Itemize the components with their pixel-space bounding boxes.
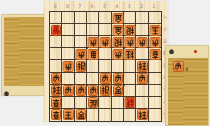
shogi-piece-8-9[interactable] <box>63 109 74 120</box>
shogi-piece-7-5[interactable] <box>76 61 87 72</box>
shogi-piece-9-9[interactable] <box>51 109 62 120</box>
board-square[interactable] <box>99 48 111 60</box>
shogi-piece-5-7[interactable] <box>100 85 111 96</box>
file-label: 6 <box>86 2 98 11</box>
komadai-gote[interactable] <box>1 14 46 96</box>
board-square[interactable] <box>62 36 74 48</box>
shogi-piece-3-8[interactable] <box>125 97 136 108</box>
board-square[interactable] <box>62 73 74 85</box>
board-square[interactable] <box>99 109 111 121</box>
gote-player-icon <box>4 91 9 96</box>
board-square[interactable] <box>99 24 111 36</box>
shogi-piece-1-3[interactable] <box>150 37 161 48</box>
board-square[interactable] <box>149 60 161 72</box>
board-square[interactable] <box>136 24 148 36</box>
board-square[interactable] <box>50 36 62 48</box>
komadai-gote-panel[interactable] <box>4 17 45 86</box>
board-square[interactable] <box>149 12 161 24</box>
board-square[interactable] <box>136 48 148 60</box>
shogi-piece-6-4[interactable] <box>88 49 99 60</box>
shogi-piece-7-7[interactable] <box>76 85 87 96</box>
board-square[interactable] <box>124 109 136 121</box>
shogi-piece-4-1[interactable] <box>113 13 124 24</box>
board-square[interactable] <box>87 60 99 72</box>
board-square[interactable] <box>62 48 74 60</box>
shogi-piece-9-2[interactable] <box>51 25 62 36</box>
board-square[interactable] <box>75 73 87 85</box>
board-square[interactable] <box>136 85 148 97</box>
board-square[interactable] <box>112 97 124 109</box>
rank-label <box>162 23 168 35</box>
shogi-piece-9-6[interactable] <box>51 73 62 84</box>
board-square[interactable] <box>99 97 111 109</box>
board-square[interactable] <box>149 97 161 109</box>
star-point <box>123 84 125 86</box>
board-grid[interactable] <box>49 11 162 122</box>
board-square[interactable] <box>149 109 161 121</box>
board-square[interactable] <box>75 97 87 109</box>
board-square[interactable] <box>62 12 74 24</box>
file-label: 9 <box>49 2 61 11</box>
board-square[interactable] <box>50 12 62 24</box>
shogi-piece-3-4[interactable] <box>125 49 136 60</box>
shogi-piece-3-3[interactable] <box>125 37 136 48</box>
board-square[interactable] <box>124 60 136 72</box>
board-square[interactable] <box>62 97 74 109</box>
board-square[interactable] <box>136 97 148 109</box>
board-square[interactable] <box>50 60 62 72</box>
board-square[interactable] <box>75 24 87 36</box>
board-square[interactable] <box>50 48 62 60</box>
shogi-piece-2-6[interactable] <box>137 73 148 84</box>
file-label: 4 <box>111 2 123 11</box>
shogi-piece-6-8[interactable] <box>88 97 99 108</box>
shogi-piece-2-5[interactable] <box>137 61 148 72</box>
board-square[interactable] <box>124 12 136 24</box>
shogi-piece-4-6[interactable] <box>113 73 124 84</box>
board-square[interactable] <box>75 12 87 24</box>
shogi-piece-4-7[interactable] <box>113 85 124 96</box>
board-square[interactable] <box>87 109 99 121</box>
board-square[interactable] <box>124 85 136 97</box>
board-square[interactable] <box>87 12 99 24</box>
file-labels: 987654321 <box>49 2 160 10</box>
board-square[interactable] <box>112 109 124 121</box>
rank-label <box>162 11 168 23</box>
sente-player-icon <box>169 49 174 54</box>
shogi-piece-6-7[interactable] <box>88 85 99 96</box>
shogi-piece-6-3[interactable] <box>88 37 99 48</box>
file-label: 5 <box>98 2 110 11</box>
shogi-piece-4-3[interactable] <box>113 37 124 48</box>
shogi-piece-7-4[interactable] <box>76 49 87 60</box>
shogi-app: { "game": "shogi", "position": { "sfen":… <box>0 0 210 126</box>
board-square[interactable] <box>112 60 124 72</box>
board-square[interactable] <box>87 73 99 85</box>
board-square[interactable] <box>87 24 99 36</box>
shogi-piece-8-7[interactable] <box>63 85 74 96</box>
shogi-piece-8-5[interactable] <box>63 61 74 72</box>
captured-piece-pawn[interactable] <box>173 61 184 72</box>
board-square[interactable] <box>136 12 148 24</box>
shogi-piece-9-8[interactable] <box>51 97 62 108</box>
shogi-piece-1-2[interactable] <box>150 25 161 36</box>
shogi-piece-4-2[interactable] <box>113 25 124 36</box>
shogi-piece-2-9[interactable] <box>137 109 148 120</box>
board-square[interactable] <box>62 24 74 36</box>
shogi-piece-3-2[interactable] <box>125 25 136 36</box>
shogi-piece-1-4[interactable] <box>150 49 161 60</box>
shogi-piece-2-3[interactable] <box>137 37 148 48</box>
board-square[interactable] <box>75 36 87 48</box>
shogi-piece-7-9[interactable] <box>76 109 87 120</box>
shogi-board: 987654321 <box>44 1 168 122</box>
file-label: 8 <box>61 2 73 11</box>
board-square[interactable] <box>149 73 161 85</box>
file-label: 2 <box>135 2 147 11</box>
shogi-piece-9-7[interactable] <box>51 85 62 96</box>
board-square[interactable] <box>99 60 111 72</box>
shogi-piece-4-4[interactable] <box>113 49 124 60</box>
file-label: 1 <box>148 2 160 11</box>
turn-indicator-dot <box>194 50 197 53</box>
file-label: 7 <box>74 2 86 11</box>
board-square[interactable] <box>149 85 161 97</box>
shogi-piece-5-6[interactable] <box>100 73 111 84</box>
board-square[interactable] <box>99 12 111 24</box>
hand-pawn-count: 4 <box>185 67 188 72</box>
board-square[interactable] <box>124 73 136 85</box>
file-label: 3 <box>123 2 135 11</box>
shogi-piece-5-3[interactable] <box>100 37 111 48</box>
komadai-sente[interactable]: 4 <box>165 45 209 126</box>
